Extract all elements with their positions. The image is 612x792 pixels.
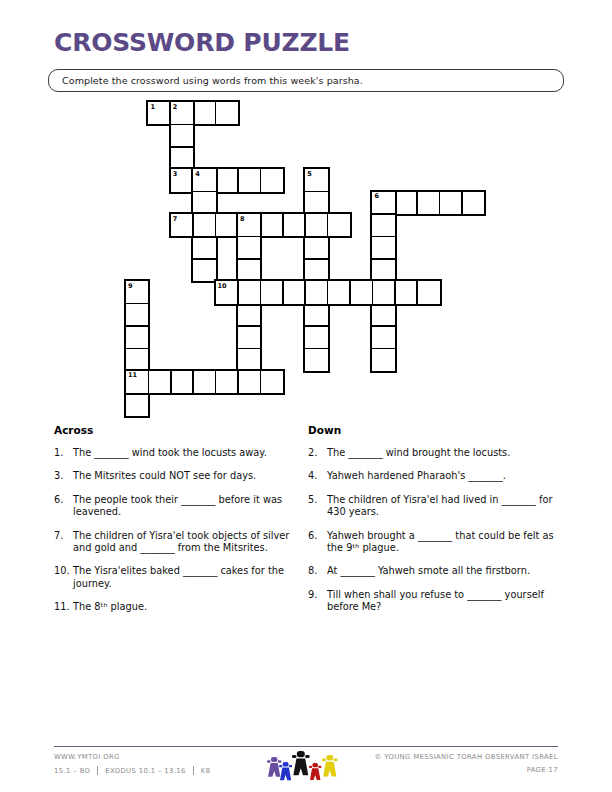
crossword-cell[interactable] bbox=[372, 236, 394, 258]
crossword-cell[interactable] bbox=[305, 214, 327, 236]
crossword-board: 1234567891011 bbox=[0, 0, 612, 792]
logo-figure bbox=[309, 763, 321, 780]
clue-item: 11.The 8ᵗʰ plague. bbox=[54, 601, 292, 613]
clue-text: The 8ᵗʰ plague. bbox=[73, 601, 292, 613]
crossword-cell[interactable] bbox=[193, 259, 215, 281]
worksheet-page: CROSSWORD PUZZLE Complete the crossword … bbox=[0, 0, 612, 792]
crossword-cell[interactable] bbox=[171, 147, 193, 169]
clue-number: 4. bbox=[308, 470, 327, 482]
crossword-cell[interactable] bbox=[305, 348, 327, 370]
clue-item: 6.The people took their _______ before i… bbox=[54, 494, 292, 519]
clue-text: The children of Yisra'el had lived in __… bbox=[327, 494, 566, 519]
crossword-cell[interactable] bbox=[216, 371, 238, 393]
crossword-cell[interactable] bbox=[372, 259, 394, 281]
crossword-cell[interactable] bbox=[171, 371, 193, 393]
clue-item: 6.Yahweh brought a _______ that could be… bbox=[308, 530, 566, 555]
clue-item: 5.The children of Yisra'el had lived in … bbox=[308, 494, 566, 519]
footer-website[interactable]: WWW.YMTOI.ORG bbox=[54, 753, 210, 761]
crossword-cell[interactable] bbox=[283, 214, 305, 236]
clue-item: 8.At _______ Yahweh smote all the firstb… bbox=[308, 565, 566, 577]
clue-number: 3. bbox=[54, 470, 73, 482]
cell-number: 7 bbox=[173, 216, 178, 223]
crossword-cell[interactable] bbox=[193, 214, 215, 236]
clue-item: 10.The Yisra'elites baked _______ cakes … bbox=[54, 565, 292, 590]
crossword-cell[interactable] bbox=[238, 304, 260, 326]
cell-number: 3 bbox=[173, 171, 178, 178]
clue-item: 1.The _______ wind took the locusts away… bbox=[54, 447, 292, 459]
crossword-cell[interactable] bbox=[216, 169, 238, 191]
crossword-cell[interactable] bbox=[328, 214, 350, 236]
crossword-cell[interactable] bbox=[328, 281, 350, 303]
crossword-cell[interactable] bbox=[417, 192, 439, 214]
footer-left: WWW.YMTOI.ORG 15.1 – BO EXODUS 10.1 – 13… bbox=[54, 753, 210, 775]
crossword-cell[interactable] bbox=[417, 281, 439, 303]
clue-text: The people took their _______ before it … bbox=[73, 494, 292, 519]
clue-item: 3.The Mitsrites could NOT see for days. bbox=[54, 470, 292, 482]
crossword-cell[interactable] bbox=[238, 348, 260, 370]
crossword-cell[interactable] bbox=[350, 281, 372, 303]
crossword-cell[interactable] bbox=[238, 259, 260, 281]
crossword-cell[interactable] bbox=[238, 371, 260, 393]
cell-number: 6 bbox=[374, 193, 379, 200]
crossword-cell[interactable] bbox=[305, 304, 327, 326]
footer-scripture-ref: EXODUS 10.1 – 13.16 bbox=[105, 767, 185, 775]
cell-number: 4 bbox=[195, 171, 200, 178]
cell-number: 11 bbox=[128, 372, 137, 379]
crossword-cell[interactable] bbox=[260, 214, 282, 236]
crossword-cell[interactable] bbox=[305, 192, 327, 214]
clue-text: At _______ Yahweh smote all the firstbor… bbox=[327, 565, 566, 577]
across-clues-section: Across 1.The _______ wind took the locus… bbox=[54, 424, 292, 625]
clue-number: 8. bbox=[308, 565, 327, 577]
crossword-cell[interactable] bbox=[283, 281, 305, 303]
crossword-cell[interactable] bbox=[260, 169, 282, 191]
crossword-cell[interactable] bbox=[238, 281, 260, 303]
clue-number: 1. bbox=[54, 447, 73, 459]
crossword-cell[interactable] bbox=[260, 281, 282, 303]
footer-level-ref: K8 bbox=[201, 767, 211, 775]
crossword-cell[interactable] bbox=[372, 348, 394, 370]
cell-number: 10 bbox=[218, 283, 227, 290]
clue-number: 6. bbox=[308, 530, 327, 555]
clue-item: 9.Till when shall you refuse to _______ … bbox=[308, 589, 566, 614]
clue-text: The _______ wind took the locusts away. bbox=[73, 447, 292, 459]
ymtoi-children-logo bbox=[267, 747, 345, 789]
clue-text: Till when shall you refuse to _______ yo… bbox=[327, 589, 566, 614]
down-header: Down bbox=[308, 424, 566, 436]
crossword-cell[interactable] bbox=[193, 371, 215, 393]
footer-page-number: PAGE 17 bbox=[375, 766, 559, 774]
clue-number: 2. bbox=[308, 447, 327, 459]
across-header: Across bbox=[54, 424, 292, 436]
clue-text: Yahweh hardened Pharaoh's _______. bbox=[327, 470, 566, 482]
across-clue-list: 1.The _______ wind took the locusts away… bbox=[54, 447, 292, 614]
clue-text: The _______ wind brought the locusts. bbox=[327, 447, 566, 459]
clue-item: 7.The children of Yisra'el took objects … bbox=[54, 530, 292, 555]
clue-number: 9. bbox=[308, 589, 327, 614]
crossword-cell[interactable] bbox=[148, 371, 170, 393]
crossword-cell[interactable] bbox=[126, 304, 148, 326]
clue-number: 6. bbox=[54, 494, 73, 519]
footer-parsha-ref: 15.1 – BO bbox=[54, 767, 90, 775]
clue-item: 2.The _______ wind brought the locusts. bbox=[308, 447, 566, 459]
crossword-cell[interactable] bbox=[372, 326, 394, 348]
down-clues-section: Down 2.The _______ wind brought the locu… bbox=[308, 424, 566, 625]
crossword-cell[interactable] bbox=[305, 326, 327, 348]
footer-right: © YOUNG MESSIANIC TORAH OBSERVANT ISRAEL… bbox=[375, 753, 559, 774]
clue-number: 11. bbox=[54, 601, 73, 613]
crossword-cell[interactable] bbox=[126, 326, 148, 348]
crossword-cell[interactable] bbox=[372, 304, 394, 326]
crossword-cell[interactable] bbox=[238, 326, 260, 348]
crossword-cell[interactable] bbox=[193, 236, 215, 258]
crossword-cell[interactable] bbox=[372, 214, 394, 236]
crossword-cell[interactable] bbox=[372, 281, 394, 303]
logo-figure bbox=[279, 762, 292, 780]
clue-number: 10. bbox=[54, 565, 73, 590]
footer-copyright: © YOUNG MESSIANIC TORAH OBSERVANT ISRAEL bbox=[375, 753, 559, 761]
footer-separator bbox=[97, 766, 98, 775]
crossword-cell[interactable] bbox=[171, 124, 193, 146]
logo-figure bbox=[322, 755, 338, 776]
crossword-cell[interactable] bbox=[238, 236, 260, 258]
crossword-cell[interactable] bbox=[238, 169, 260, 191]
crossword-cell[interactable] bbox=[440, 192, 462, 214]
cell-number: 5 bbox=[307, 171, 312, 178]
crossword-cell[interactable] bbox=[193, 102, 215, 124]
crossword-cell[interactable] bbox=[305, 281, 327, 303]
crossword-cell[interactable] bbox=[305, 236, 327, 258]
clue-text: The children of Yisra'el took objects of… bbox=[73, 530, 292, 555]
cell-number: 9 bbox=[128, 283, 133, 290]
cell-number: 2 bbox=[173, 104, 178, 111]
clue-text: The Mitsrites could NOT see for days. bbox=[73, 470, 292, 482]
crossword-cell[interactable] bbox=[395, 281, 417, 303]
cell-number: 8 bbox=[240, 216, 245, 223]
footer-refs: 15.1 – BO EXODUS 10.1 – 13.16 K8 bbox=[54, 766, 210, 775]
crossword-cell[interactable] bbox=[126, 348, 148, 370]
clue-number: 7. bbox=[54, 530, 73, 555]
crossword-cell[interactable] bbox=[305, 259, 327, 281]
logo-figure bbox=[292, 751, 310, 775]
footer-separator bbox=[193, 766, 194, 775]
crossword-cell[interactable] bbox=[216, 102, 238, 124]
clue-text: The Yisra'elites baked _______ cakes for… bbox=[73, 565, 292, 590]
crossword-cell[interactable] bbox=[395, 192, 417, 214]
down-clue-list: 2.The _______ wind brought the locusts.4… bbox=[308, 447, 566, 614]
cell-number: 1 bbox=[150, 104, 155, 111]
crossword-cell[interactable] bbox=[193, 192, 215, 214]
crossword-cell[interactable] bbox=[260, 371, 282, 393]
clue-number: 5. bbox=[308, 494, 327, 519]
crossword-cell[interactable] bbox=[462, 192, 484, 214]
clue-item: 4.Yahweh hardened Pharaoh's _______. bbox=[308, 470, 566, 482]
crossword-cell[interactable] bbox=[216, 214, 238, 236]
crossword-cell[interactable] bbox=[126, 393, 148, 415]
clue-text: Yahweh brought a _______ that could be f… bbox=[327, 530, 566, 555]
